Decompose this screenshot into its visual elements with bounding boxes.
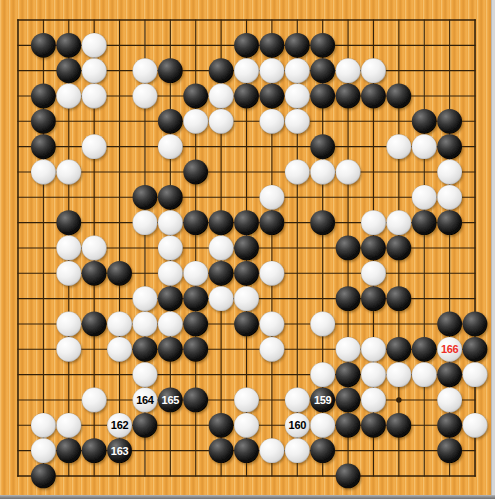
black-stone[interactable] bbox=[437, 210, 462, 235]
white-stone[interactable] bbox=[437, 337, 462, 362]
black-stone[interactable] bbox=[310, 388, 335, 413]
black-stone[interactable] bbox=[260, 33, 285, 58]
black-stone[interactable] bbox=[260, 84, 285, 109]
white-stone[interactable] bbox=[107, 337, 132, 362]
white-stone[interactable] bbox=[260, 109, 285, 134]
black-stone[interactable] bbox=[336, 84, 361, 109]
white-stone[interactable] bbox=[285, 58, 310, 83]
black-stone[interactable] bbox=[386, 236, 411, 261]
black-stone[interactable] bbox=[310, 58, 335, 83]
white-stone[interactable] bbox=[133, 210, 158, 235]
black-stone[interactable] bbox=[234, 210, 259, 235]
window-edge-bottom bbox=[0, 495, 495, 499]
white-stone[interactable] bbox=[336, 58, 361, 83]
black-stone[interactable] bbox=[336, 362, 361, 387]
white-stone[interactable] bbox=[437, 185, 462, 210]
white-stone[interactable] bbox=[56, 413, 81, 438]
white-stone[interactable] bbox=[463, 413, 488, 438]
black-stone[interactable] bbox=[234, 438, 259, 463]
black-stone[interactable] bbox=[285, 33, 310, 58]
black-stone[interactable] bbox=[56, 33, 81, 58]
black-stone[interactable] bbox=[209, 438, 234, 463]
black-stone[interactable] bbox=[437, 438, 462, 463]
white-stone[interactable] bbox=[56, 337, 81, 362]
white-stone[interactable] bbox=[412, 362, 437, 387]
black-stone[interactable] bbox=[336, 464, 361, 489]
white-stone[interactable] bbox=[310, 160, 335, 185]
white-stone[interactable] bbox=[107, 312, 132, 337]
black-stone[interactable] bbox=[158, 58, 183, 83]
white-stone[interactable] bbox=[31, 438, 56, 463]
white-stone[interactable] bbox=[158, 261, 183, 286]
go-board-svg[interactable]: 159160162163164165166 bbox=[0, 0, 495, 499]
white-stone[interactable] bbox=[260, 337, 285, 362]
black-stone[interactable] bbox=[31, 33, 56, 58]
white-stone[interactable] bbox=[133, 362, 158, 387]
white-stone[interactable] bbox=[386, 362, 411, 387]
white-stone[interactable] bbox=[285, 438, 310, 463]
black-stone[interactable] bbox=[158, 109, 183, 134]
white-stone[interactable] bbox=[82, 236, 107, 261]
black-stone[interactable] bbox=[107, 438, 132, 463]
black-stone[interactable] bbox=[234, 236, 259, 261]
white-stone[interactable] bbox=[310, 312, 335, 337]
white-stone[interactable] bbox=[158, 134, 183, 159]
white-stone[interactable] bbox=[133, 312, 158, 337]
white-stone[interactable] bbox=[361, 261, 386, 286]
black-stone[interactable] bbox=[310, 438, 335, 463]
black-stone[interactable] bbox=[310, 134, 335, 159]
black-stone[interactable] bbox=[336, 413, 361, 438]
white-stone[interactable] bbox=[82, 134, 107, 159]
black-stone[interactable] bbox=[82, 438, 107, 463]
black-stone[interactable] bbox=[133, 337, 158, 362]
black-stone[interactable] bbox=[412, 337, 437, 362]
black-stone[interactable] bbox=[234, 33, 259, 58]
black-stone[interactable] bbox=[133, 185, 158, 210]
black-stone[interactable] bbox=[437, 413, 462, 438]
white-stone[interactable] bbox=[285, 84, 310, 109]
black-stone[interactable] bbox=[183, 312, 208, 337]
white-stone[interactable] bbox=[209, 236, 234, 261]
white-stone[interactable] bbox=[133, 388, 158, 413]
white-stone[interactable] bbox=[158, 210, 183, 235]
white-stone[interactable] bbox=[361, 337, 386, 362]
black-stone[interactable] bbox=[234, 312, 259, 337]
black-stone[interactable] bbox=[437, 362, 462, 387]
white-stone[interactable] bbox=[412, 185, 437, 210]
white-stone[interactable] bbox=[285, 388, 310, 413]
white-stone[interactable] bbox=[158, 312, 183, 337]
white-stone[interactable] bbox=[158, 236, 183, 261]
white-stone[interactable] bbox=[336, 337, 361, 362]
white-stone[interactable] bbox=[234, 286, 259, 311]
white-stone[interactable] bbox=[463, 362, 488, 387]
white-stone[interactable] bbox=[183, 261, 208, 286]
white-stone[interactable] bbox=[285, 109, 310, 134]
black-stone[interactable] bbox=[183, 160, 208, 185]
black-stone[interactable] bbox=[310, 84, 335, 109]
black-stone[interactable] bbox=[209, 210, 234, 235]
black-stone[interactable] bbox=[56, 58, 81, 83]
black-stone[interactable] bbox=[336, 286, 361, 311]
black-stone[interactable] bbox=[31, 109, 56, 134]
black-stone[interactable] bbox=[183, 84, 208, 109]
white-stone[interactable] bbox=[56, 261, 81, 286]
black-stone[interactable] bbox=[133, 413, 158, 438]
white-stone[interactable] bbox=[234, 413, 259, 438]
black-stone[interactable] bbox=[209, 413, 234, 438]
white-stone[interactable] bbox=[56, 160, 81, 185]
black-stone[interactable] bbox=[107, 261, 132, 286]
black-stone[interactable] bbox=[158, 337, 183, 362]
black-stone[interactable] bbox=[437, 312, 462, 337]
black-stone[interactable] bbox=[336, 236, 361, 261]
white-stone[interactable] bbox=[82, 388, 107, 413]
white-stone[interactable] bbox=[285, 160, 310, 185]
white-stone[interactable] bbox=[437, 388, 462, 413]
black-stone[interactable] bbox=[437, 109, 462, 134]
black-stone[interactable] bbox=[336, 388, 361, 413]
white-stone[interactable] bbox=[260, 438, 285, 463]
white-stone[interactable] bbox=[361, 210, 386, 235]
black-stone[interactable] bbox=[310, 210, 335, 235]
white-stone[interactable] bbox=[412, 134, 437, 159]
white-stone[interactable] bbox=[56, 236, 81, 261]
black-stone[interactable] bbox=[82, 312, 107, 337]
white-stone[interactable] bbox=[183, 109, 208, 134]
black-stone[interactable] bbox=[386, 413, 411, 438]
white-stone[interactable] bbox=[260, 312, 285, 337]
black-stone[interactable] bbox=[209, 261, 234, 286]
black-stone[interactable] bbox=[310, 33, 335, 58]
black-stone[interactable] bbox=[158, 185, 183, 210]
white-stone[interactable] bbox=[234, 58, 259, 83]
white-stone[interactable] bbox=[386, 134, 411, 159]
white-stone[interactable] bbox=[31, 413, 56, 438]
black-stone[interactable] bbox=[361, 84, 386, 109]
white-stone[interactable] bbox=[260, 58, 285, 83]
stones bbox=[31, 33, 487, 488]
white-stone[interactable] bbox=[82, 58, 107, 83]
black-stone[interactable] bbox=[437, 134, 462, 159]
black-stone[interactable] bbox=[463, 312, 488, 337]
black-stone[interactable] bbox=[234, 261, 259, 286]
black-stone[interactable] bbox=[209, 58, 234, 83]
white-stone[interactable] bbox=[310, 413, 335, 438]
white-stone[interactable] bbox=[285, 413, 310, 438]
white-stone[interactable] bbox=[336, 160, 361, 185]
white-stone[interactable] bbox=[361, 362, 386, 387]
white-stone[interactable] bbox=[260, 185, 285, 210]
white-stone[interactable] bbox=[82, 33, 107, 58]
black-stone[interactable] bbox=[412, 210, 437, 235]
black-stone[interactable] bbox=[386, 84, 411, 109]
black-stone[interactable] bbox=[183, 210, 208, 235]
black-stone[interactable] bbox=[361, 286, 386, 311]
white-stone[interactable] bbox=[260, 261, 285, 286]
white-stone[interactable] bbox=[133, 58, 158, 83]
white-stone[interactable] bbox=[133, 286, 158, 311]
black-stone[interactable] bbox=[31, 464, 56, 489]
white-stone[interactable] bbox=[56, 312, 81, 337]
white-stone[interactable] bbox=[209, 84, 234, 109]
white-stone[interactable] bbox=[361, 58, 386, 83]
black-stone[interactable] bbox=[31, 134, 56, 159]
black-stone[interactable] bbox=[386, 286, 411, 311]
white-stone[interactable] bbox=[437, 160, 462, 185]
black-stone[interactable] bbox=[361, 236, 386, 261]
white-stone[interactable] bbox=[386, 210, 411, 235]
white-stone[interactable] bbox=[56, 84, 81, 109]
black-stone[interactable] bbox=[234, 84, 259, 109]
white-stone[interactable] bbox=[310, 362, 335, 387]
black-stone[interactable] bbox=[386, 337, 411, 362]
black-stone[interactable] bbox=[361, 413, 386, 438]
window-edge-right bbox=[491, 0, 495, 499]
black-stone[interactable] bbox=[82, 261, 107, 286]
white-stone[interactable] bbox=[82, 84, 107, 109]
black-stone[interactable] bbox=[183, 286, 208, 311]
black-stone[interactable] bbox=[463, 337, 488, 362]
white-stone[interactable] bbox=[209, 109, 234, 134]
white-stone[interactable] bbox=[234, 388, 259, 413]
black-stone[interactable] bbox=[260, 210, 285, 235]
white-stone[interactable] bbox=[107, 413, 132, 438]
black-stone[interactable] bbox=[56, 210, 81, 235]
black-stone[interactable] bbox=[183, 337, 208, 362]
white-stone[interactable] bbox=[209, 286, 234, 311]
white-stone[interactable] bbox=[133, 84, 158, 109]
black-stone[interactable] bbox=[412, 109, 437, 134]
black-stone[interactable] bbox=[56, 438, 81, 463]
go-board[interactable]: 159160162163164165166 bbox=[0, 0, 495, 499]
white-stone[interactable] bbox=[361, 388, 386, 413]
white-stone[interactable] bbox=[31, 160, 56, 185]
black-stone[interactable] bbox=[31, 84, 56, 109]
black-stone[interactable] bbox=[183, 388, 208, 413]
black-stone[interactable] bbox=[158, 286, 183, 311]
black-stone[interactable] bbox=[158, 388, 183, 413]
